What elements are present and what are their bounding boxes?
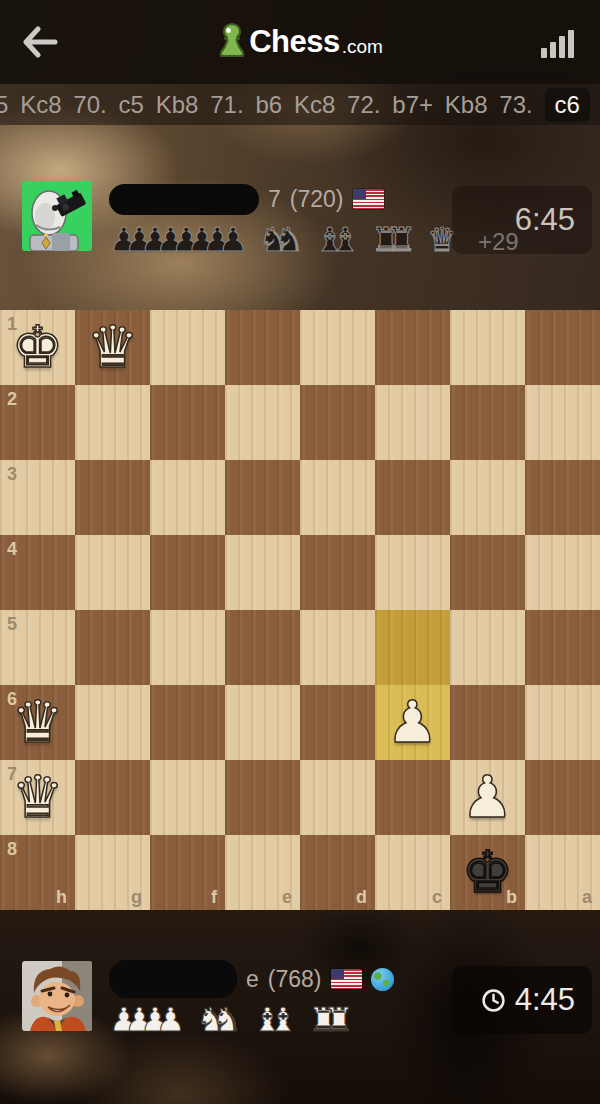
chess-app-screen: Chess .com 5Kc870.c5Kb871.b6Kc872.b7+Kb8… (0, 0, 600, 1104)
square-f5[interactable] (150, 610, 225, 685)
square-c7[interactable] (375, 760, 450, 835)
square-g8[interactable]: g (75, 835, 150, 910)
player-bottom-black: e (768) ♟♟♟♟♞♞♝♝♜♜ 4:45 (22, 961, 592, 1037)
player-bottom-clock-time: 4:45 (515, 982, 575, 1018)
square-f1[interactable] (150, 310, 225, 385)
square-a1[interactable] (525, 310, 600, 385)
square-g1[interactable]: ♛ (75, 310, 150, 385)
move-token[interactable]: 73. (499, 91, 532, 119)
rank-label-2: 2 (7, 389, 17, 410)
square-h5[interactable]: 5 (0, 610, 75, 685)
file-label-b: b (506, 887, 517, 908)
square-g3[interactable] (75, 460, 150, 535)
move-token[interactable]: Kb8 (156, 91, 199, 119)
square-d3[interactable] (300, 460, 375, 535)
player-bottom-clock: 4:45 (452, 966, 592, 1034)
captured-group: ♜♜ (371, 223, 416, 257)
square-d7[interactable] (300, 760, 375, 835)
signal-bars-icon (541, 30, 574, 58)
player-bottom-avatar[interactable] (22, 961, 92, 1031)
file-label-c: c (432, 887, 442, 908)
robot-soldier-avatar-image (22, 181, 92, 251)
captured-piece: ♟ (156, 1003, 186, 1037)
square-a5[interactable] (525, 610, 600, 685)
move-token[interactable]: b6 (255, 91, 282, 119)
rank-label-7: 7 (7, 764, 17, 785)
captured-piece: ♞ (212, 1003, 242, 1037)
square-f6[interactable] (150, 685, 225, 760)
captured-group: ♝♝ (315, 223, 360, 257)
file-label-g: g (131, 887, 142, 908)
file-label-h: h (56, 887, 67, 908)
white-queen-g1[interactable]: ♛ (87, 310, 139, 385)
move-token[interactable]: c5 (119, 91, 144, 119)
player-top-avatar[interactable] (22, 181, 92, 251)
captured-group: ♞♞ (196, 1003, 241, 1037)
player-top-white: 7 (720) ♟♟♟♟♟♟♟♟♞♞♝♝♜♜♛+29 6:45 (22, 181, 592, 257)
top-bar: Chess .com (0, 0, 600, 84)
clock-icon (481, 988, 506, 1013)
square-e8[interactable]: e (225, 835, 300, 910)
rank-label-4: 4 (7, 539, 17, 560)
white-king-h1[interactable]: ♚ (12, 310, 64, 385)
square-h7[interactable]: 7♛ (0, 760, 75, 835)
square-b1[interactable] (450, 310, 525, 385)
move-token[interactable]: 5 (0, 91, 8, 119)
square-a6[interactable] (525, 685, 600, 760)
rank-label-5: 5 (7, 614, 17, 635)
player-top-clock: 6:45 (452, 186, 592, 254)
white-pawn-c6[interactable]: ♟ (387, 685, 439, 760)
player-bottom-info: e (768) ♟♟♟♟♞♞♝♝♜♜ (109, 961, 394, 1037)
captured-group: ♞♞ (259, 223, 304, 257)
move-token[interactable]: 72. (347, 91, 380, 119)
square-f8[interactable]: f (150, 835, 225, 910)
captured-group: ♟♟♟♟ (109, 1003, 185, 1037)
square-h6[interactable]: 6♛ (0, 685, 75, 760)
square-c3[interactable] (375, 460, 450, 535)
captured-piece: ♝ (331, 223, 361, 257)
square-c5[interactable] (375, 610, 450, 685)
square-b3[interactable] (450, 460, 525, 535)
player-bottom-name-visible: e (246, 966, 259, 993)
captured-piece: ♜ (387, 223, 417, 257)
square-d8[interactable]: d (300, 835, 375, 910)
captured-group: ♝♝ (253, 1003, 298, 1037)
square-h1[interactable]: 1♚ (0, 310, 75, 385)
cartoon-man-avatar-image (22, 961, 92, 1031)
square-e7[interactable] (225, 760, 300, 835)
square-a3[interactable] (525, 460, 600, 535)
move-token[interactable]: Kc8 (20, 91, 61, 119)
square-g7[interactable] (75, 760, 150, 835)
square-g2[interactable] (75, 385, 150, 460)
player-top-clock-time: 6:45 (515, 202, 575, 238)
file-label-a: a (582, 887, 592, 908)
rank-label-6: 6 (7, 689, 17, 710)
file-label-e: e (282, 887, 292, 908)
square-d6[interactable] (300, 685, 375, 760)
square-f3[interactable] (150, 460, 225, 535)
square-g5[interactable] (75, 610, 150, 685)
square-b6[interactable] (450, 685, 525, 760)
white-queen-h6[interactable]: ♛ (12, 685, 64, 760)
square-e1[interactable] (225, 310, 300, 385)
square-e2[interactable] (225, 385, 300, 460)
white-pawn-b7[interactable]: ♟ (462, 760, 514, 835)
file-label-d: d (356, 887, 367, 908)
captured-piece: ♟ (218, 223, 248, 257)
square-e4[interactable] (225, 535, 300, 610)
square-b2[interactable] (450, 385, 525, 460)
square-h3[interactable]: 3 (0, 460, 75, 535)
square-b8[interactable]: b♚ (450, 835, 525, 910)
captured-piece: ♝ (268, 1003, 298, 1037)
square-c1[interactable] (375, 310, 450, 385)
move-token-current[interactable]: c6 (545, 88, 590, 122)
square-b7[interactable]: ♟ (450, 760, 525, 835)
square-c2[interactable] (375, 385, 450, 460)
square-c4[interactable] (375, 535, 450, 610)
player-bottom-captured-pieces: ♟♟♟♟♞♞♝♝♜♜ (109, 1001, 394, 1037)
square-g6[interactable] (75, 685, 150, 760)
chesscom-logo: Chess .com (0, 0, 600, 84)
us-flag-icon (331, 969, 362, 989)
move-list[interactable]: 5Kc870.c5Kb871.b6Kc872.b7+Kb873.c6 (0, 84, 600, 125)
rank-label-1: 1 (7, 314, 17, 335)
chess-board[interactable]: 1♚♛23456♛♟7♛♟8hgfedcb♚a (0, 310, 600, 910)
player-top-rating: (720) (290, 186, 344, 213)
rank-label-8: 8 (7, 839, 17, 860)
player-bottom-rating: (768) (268, 966, 322, 993)
square-e3[interactable] (225, 460, 300, 535)
logo-brand-text: Chess (249, 24, 340, 60)
move-token[interactable]: b7+ (392, 91, 433, 119)
us-flag-icon (353, 189, 384, 209)
square-e5[interactable] (225, 610, 300, 685)
chesscom-pawn-icon (217, 21, 247, 61)
square-b4[interactable] (450, 535, 525, 610)
player-top-name-visible: 7 (268, 186, 281, 213)
name-redaction-bar (109, 184, 259, 215)
square-a7[interactable] (525, 760, 600, 835)
square-a2[interactable] (525, 385, 600, 460)
captured-group: ♟♟♟♟♟♟♟♟ (109, 223, 248, 257)
square-d1[interactable] (300, 310, 375, 385)
square-c6[interactable]: ♟ (375, 685, 450, 760)
file-label-f: f (211, 887, 217, 908)
square-d4[interactable] (300, 535, 375, 610)
captured-piece: ♞ (274, 223, 304, 257)
globe-icon (371, 968, 394, 991)
move-token[interactable]: Kb8 (445, 91, 488, 119)
logo-tld-text: .com (342, 36, 383, 58)
square-a4[interactable] (525, 535, 600, 610)
square-h8[interactable]: 8h (0, 835, 75, 910)
captured-piece: ♜ (324, 1003, 354, 1037)
square-f4[interactable] (150, 535, 225, 610)
captured-group: ♜♜ (309, 1003, 354, 1037)
rank-label-3: 3 (7, 464, 17, 485)
move-token[interactable]: Kc8 (294, 91, 335, 119)
square-c8[interactable]: c (375, 835, 450, 910)
square-b5[interactable] (450, 610, 525, 685)
square-f7[interactable] (150, 760, 225, 835)
square-d5[interactable] (300, 610, 375, 685)
white-queen-h7[interactable]: ♛ (12, 760, 64, 835)
square-h4[interactable]: 4 (0, 535, 75, 610)
player-bottom-name-row: e (768) (109, 961, 394, 997)
square-f2[interactable] (150, 385, 225, 460)
move-token[interactable]: 71. (210, 91, 243, 119)
square-g4[interactable] (75, 535, 150, 610)
square-a8[interactable]: a (525, 835, 600, 910)
move-token[interactable]: 70. (73, 91, 106, 119)
square-h2[interactable]: 2 (0, 385, 75, 460)
square-e6[interactable] (225, 685, 300, 760)
square-d2[interactable] (300, 385, 375, 460)
name-redaction-bar (109, 960, 237, 998)
